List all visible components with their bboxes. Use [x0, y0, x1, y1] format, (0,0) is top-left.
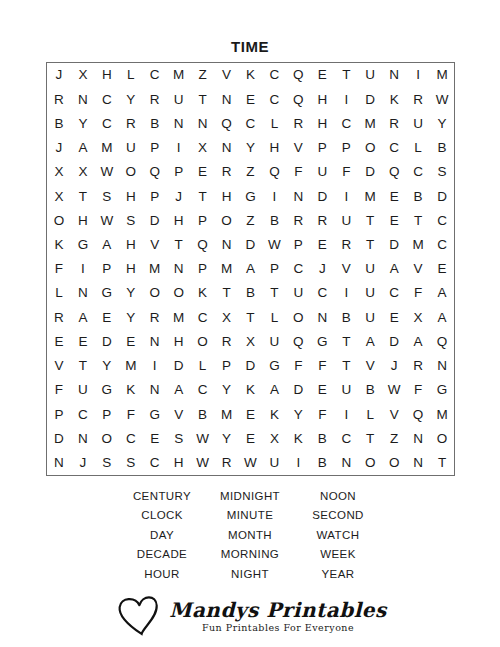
grid-cell-r10c15: C [382, 281, 406, 305]
brand-block: Mandys Printables Fun Printables For Eve… [169, 599, 386, 633]
grid-cell-r5c15: Q [382, 160, 406, 184]
grid-cell-r3c12: H [310, 111, 334, 135]
grid-cell-r4c5: P [143, 136, 167, 160]
grid-cell-r11c10: L [262, 305, 286, 329]
grid-cell-r15c6: V [167, 402, 191, 426]
grid-cell-r15c1: P [47, 402, 71, 426]
grid-cell-r4c8: N [215, 136, 239, 160]
grid-cell-r5c8: R [215, 160, 239, 184]
grid-cell-r15c12: F [310, 402, 334, 426]
grid-cell-r16c2: N [71, 427, 95, 451]
grid-cell-r8c4: H [119, 233, 143, 257]
grid-cell-r8c13: R [334, 233, 358, 257]
grid-cell-r10c16: F [406, 281, 430, 305]
grid-cell-r7c16: T [406, 208, 430, 232]
grid-cell-r3c4: R [119, 111, 143, 135]
grid-cell-r17c8: R [215, 451, 239, 475]
grid-cell-r17c5: C [143, 451, 167, 475]
word-list-item: WATCH [294, 526, 382, 545]
grid-cell-r12c5: N [143, 330, 167, 354]
grid-cell-r13c3: Y [95, 354, 119, 378]
grid-cell-r15c13: I [334, 402, 358, 426]
grid-cell-r17c11: I [286, 451, 310, 475]
word-list-column-1: CENTURYCLOCKDAYDECADEHOUR [118, 487, 206, 584]
grid-cell-r4c9: Y [239, 136, 263, 160]
grid-cell-r9c6: N [167, 257, 191, 281]
grid-cell-r2c1: R [47, 87, 71, 111]
grid-cell-r4c1: J [47, 136, 71, 160]
grid-cell-r11c2: A [71, 305, 95, 329]
grid-cell-r14c2: U [71, 378, 95, 402]
grid-cell-r16c8: Y [215, 427, 239, 451]
grid-cell-r12c10: U [262, 330, 286, 354]
grid-cell-r11c5: R [143, 305, 167, 329]
grid-cell-r11c13: B [334, 305, 358, 329]
word-list-item: CENTURY [118, 487, 206, 506]
grid-cell-r10c6: O [167, 281, 191, 305]
grid-cell-r13c9: D [239, 354, 263, 378]
grid-cell-r13c11: F [286, 354, 310, 378]
grid-cell-r15c9: E [239, 402, 263, 426]
grid-cell-r7c17: C [430, 208, 454, 232]
grid-cell-r9c4: H [119, 257, 143, 281]
grid-cell-r6c13: I [334, 184, 358, 208]
grid-cell-r6c17: D [430, 184, 454, 208]
grid-cell-r5c1: X [47, 160, 71, 184]
grid-cell-r15c15: V [382, 402, 406, 426]
grid-cell-r16c4: C [119, 427, 143, 451]
grid-cell-r6c12: D [310, 184, 334, 208]
grid-cell-r17c13: N [334, 451, 358, 475]
grid-cell-r14c1: F [47, 378, 71, 402]
grid-cell-r14c15: W [382, 378, 406, 402]
grid-cell-r6c4: H [119, 184, 143, 208]
grid-cell-r2c2: N [71, 87, 95, 111]
grid-cell-r2c16: R [406, 87, 430, 111]
grid-cell-r6c16: B [406, 184, 430, 208]
grid-cell-r4c12: P [310, 136, 334, 160]
grid-cell-r12c9: X [239, 330, 263, 354]
word-list-item: SECOND [294, 506, 382, 525]
grid-cell-r1c9: K [239, 63, 263, 87]
grid-cell-r14c3: G [95, 378, 119, 402]
grid-cell-r12c8: R [215, 330, 239, 354]
grid-cell-r1c3: H [95, 63, 119, 87]
grid-cell-r16c3: O [95, 427, 119, 451]
grid-cell-r8c8: N [215, 233, 239, 257]
grid-cell-r6c11: N [286, 184, 310, 208]
grid-cell-r11c12: N [310, 305, 334, 329]
grid-cell-r7c12: R [310, 208, 334, 232]
grid-cell-r14c8: Y [215, 378, 239, 402]
grid-cell-r10c4: Y [119, 281, 143, 305]
grid-cell-r2c17: W [430, 87, 454, 111]
word-list-column-2: MIDNIGHTMINUTEMONTHMORNINGNIGHT [206, 487, 294, 584]
word-list-item: YEAR [294, 565, 382, 584]
grid-cell-r17c10: U [262, 451, 286, 475]
puzzle-title: TIME [0, 38, 500, 55]
grid-cell-r12c13: T [334, 330, 358, 354]
grid-cell-r11c1: R [47, 305, 71, 329]
grid-cell-r16c9: E [239, 427, 263, 451]
grid-cell-r3c14: M [358, 111, 382, 135]
grid-cell-r5c7: E [191, 160, 215, 184]
grid-cell-r1c8: V [215, 63, 239, 87]
grid-cell-r10c17: A [430, 281, 454, 305]
grid-cell-r11c6: M [167, 305, 191, 329]
grid-cell-r14c11: D [286, 378, 310, 402]
grid-cell-r7c10: B [262, 208, 286, 232]
brand-tagline: Fun Printables For Everyone [202, 622, 354, 633]
grid-cell-r14c12: E [310, 378, 334, 402]
grid-cell-r17c2: J [71, 451, 95, 475]
grid-cell-r2c9: E [239, 87, 263, 111]
grid-cell-r9c13: V [334, 257, 358, 281]
grid-cell-r15c5: G [143, 402, 167, 426]
grid-cell-r16c14: T [358, 427, 382, 451]
grid-cell-r2c10: C [262, 87, 286, 111]
word-list-item: MONTH [206, 526, 294, 545]
grid-cell-r9c12: J [310, 257, 334, 281]
grid-cell-r1c1: J [47, 63, 71, 87]
grid-cell-r16c11: K [286, 427, 310, 451]
grid-cell-r6c10: I [262, 184, 286, 208]
grid-cell-r5c6: P [167, 160, 191, 184]
grid-cell-r5c10: Q [262, 160, 286, 184]
grid-cell-r12c17: Q [430, 330, 454, 354]
grid-cell-r14c5: N [143, 378, 167, 402]
grid-cell-r16c16: N [406, 427, 430, 451]
grid-cell-r10c8: T [215, 281, 239, 305]
grid-cell-r6c8: H [215, 184, 239, 208]
grid-cell-r3c10: L [262, 111, 286, 135]
grid-cell-r1c5: C [143, 63, 167, 87]
grid-cell-r17c12: B [310, 451, 334, 475]
grid-cell-r8c12: E [310, 233, 334, 257]
grid-cell-r15c4: F [119, 402, 143, 426]
grid-cell-r7c8: O [215, 208, 239, 232]
grid-cell-r15c11: Y [286, 402, 310, 426]
grid-cell-r4c7: X [191, 136, 215, 160]
grid-cell-r9c8: M [215, 257, 239, 281]
grid-cell-r10c7: K [191, 281, 215, 305]
grid-cell-r9c14: U [358, 257, 382, 281]
grid-cell-r13c10: G [262, 354, 286, 378]
grid-cell-r9c11: C [286, 257, 310, 281]
grid-cell-r8c17: C [430, 233, 454, 257]
grid-cell-r16c5: E [143, 427, 167, 451]
grid-cell-r10c1: L [47, 281, 71, 305]
grid-cell-r14c17: G [430, 378, 454, 402]
word-list-item: DAY [118, 526, 206, 545]
grid-cell-r4c3: M [95, 136, 119, 160]
grid-cell-r2c12: H [310, 87, 334, 111]
grid-cell-r11c17: A [430, 305, 454, 329]
grid-cell-r3c5: B [143, 111, 167, 135]
grid-cell-r2c11: Q [286, 87, 310, 111]
grid-cell-r9c5: M [143, 257, 167, 281]
grid-cell-r12c16: A [406, 330, 430, 354]
grid-cell-r14c9: K [239, 378, 263, 402]
grid-cell-r1c4: L [119, 63, 143, 87]
grid-cell-r1c7: Z [191, 63, 215, 87]
grid-cell-r16c6: S [167, 427, 191, 451]
word-list: CENTURYCLOCKDAYDECADEHOURMIDNIGHTMINUTEM… [0, 487, 500, 584]
grid-cell-r5c11: F [286, 160, 310, 184]
grid-cell-r13c13: T [334, 354, 358, 378]
grid-cell-r4c11: V [286, 136, 310, 160]
grid-cell-r10c11: U [286, 281, 310, 305]
grid-cell-r17c14: O [358, 451, 382, 475]
grid-cell-r10c5: O [143, 281, 167, 305]
grid-cell-r4c17: B [430, 136, 454, 160]
grid-cell-r11c3: E [95, 305, 119, 329]
grid-cell-r9c2: I [71, 257, 95, 281]
grid-cell-r15c8: M [215, 402, 239, 426]
grid-cell-r16c15: Z [382, 427, 406, 451]
grid-cell-r2c7: T [191, 87, 215, 111]
grid-cell-r5c14: D [358, 160, 382, 184]
grid-cell-r13c5: I [143, 354, 167, 378]
grid-cell-r4c6: I [167, 136, 191, 160]
grid-cell-r13c14: V [358, 354, 382, 378]
grid-cell-r14c13: U [334, 378, 358, 402]
word-list-item: NOON [294, 487, 382, 506]
grid-cell-r10c3: G [95, 281, 119, 305]
word-list-item: CLOCK [118, 506, 206, 525]
grid-cell-r12c4: E [119, 330, 143, 354]
grid-cell-r13c8: P [215, 354, 239, 378]
grid-cell-r11c9: T [239, 305, 263, 329]
grid-cell-r7c5: D [143, 208, 167, 232]
grid-cell-r9c15: A [382, 257, 406, 281]
grid-cell-r8c3: A [95, 233, 119, 257]
grid-cell-r14c6: A [167, 378, 191, 402]
grid-cell-r8c2: G [71, 233, 95, 257]
grid-cell-r11c16: X [406, 305, 430, 329]
grid-cell-r8c1: K [47, 233, 71, 257]
footer-logo: Mandys Printables Fun Printables For Eve… [0, 592, 500, 640]
grid-cell-r17c3: S [95, 451, 119, 475]
grid-cell-r7c1: O [47, 208, 71, 232]
grid-cell-r17c16: N [406, 451, 430, 475]
grid-cell-r9c7: P [191, 257, 215, 281]
grid-cell-r3c13: C [334, 111, 358, 135]
grid-cell-r10c13: I [334, 281, 358, 305]
grid-cell-r12c11: Q [286, 330, 310, 354]
grid-cell-r14c10: A [262, 378, 286, 402]
grid-cell-r3c8: Q [215, 111, 239, 135]
grid-cell-r9c1: F [47, 257, 71, 281]
grid-cell-r13c16: R [406, 354, 430, 378]
grid-cell-r11c14: U [358, 305, 382, 329]
grid-cell-r2c8: N [215, 87, 239, 111]
grid-cell-r12c3: D [95, 330, 119, 354]
grid-cell-r3c7: N [191, 111, 215, 135]
grid-cell-r12c6: H [167, 330, 191, 354]
word-search-page: TIME JXHLCMZVKCQETUNIMRNCYRUTNECQHIDKRWB… [0, 0, 500, 647]
grid-cell-r8c16: M [406, 233, 430, 257]
grid-cell-r7c9: Z [239, 208, 263, 232]
grid-cell-r9c17: E [430, 257, 454, 281]
grid-cell-r7c4: S [119, 208, 143, 232]
grid-cell-r16c1: D [47, 427, 71, 451]
grid-cell-r3c9: C [239, 111, 263, 135]
grid-cell-r17c4: S [119, 451, 143, 475]
word-list-item: MORNING [206, 545, 294, 564]
grid-cell-r10c2: N [71, 281, 95, 305]
grid-cell-r3c1: B [47, 111, 71, 135]
grid-cell-r4c10: H [262, 136, 286, 160]
grid-cell-r1c17: M [430, 63, 454, 87]
grid-cell-r13c2: T [71, 354, 95, 378]
grid-cell-r15c3: P [95, 402, 119, 426]
grid-cell-r11c8: X [215, 305, 239, 329]
grid-cell-r6c5: P [143, 184, 167, 208]
grid-cell-r14c7: C [191, 378, 215, 402]
word-list-item: NIGHT [206, 565, 294, 584]
grid-cell-r14c16: F [406, 378, 430, 402]
grid-cell-r15c14: L [358, 402, 382, 426]
word-list-column-3: NOONSECONDWATCHWEEKYEAR [294, 487, 382, 584]
grid-cell-r7c6: H [167, 208, 191, 232]
grid-cell-r8c9: D [239, 233, 263, 257]
grid-cell-r3c11: R [286, 111, 310, 135]
grid-cell-r7c14: T [358, 208, 382, 232]
grid-cell-r17c6: H [167, 451, 191, 475]
grid-cell-r4c15: C [382, 136, 406, 160]
grid-cell-r5c2: X [71, 160, 95, 184]
grid-cell-r10c14: U [358, 281, 382, 305]
grid-cell-r15c10: K [262, 402, 286, 426]
grid-cell-r13c4: M [119, 354, 143, 378]
grid-cell-r1c14: U [358, 63, 382, 87]
grid-cell-r5c5: Q [143, 160, 167, 184]
grid-cell-r8c7: Q [191, 233, 215, 257]
grid-cell-r3c6: N [167, 111, 191, 135]
grid-cell-r17c9: W [239, 451, 263, 475]
grid-cell-r11c11: O [286, 305, 310, 329]
grid-cell-r3c15: R [382, 111, 406, 135]
grid-cell-r7c13: U [334, 208, 358, 232]
grid-cell-r8c10: W [262, 233, 286, 257]
grid-cell-r6c3: S [95, 184, 119, 208]
grid-cell-r2c3: C [95, 87, 119, 111]
grid-cell-r1c15: N [382, 63, 406, 87]
grid-cell-r7c7: P [191, 208, 215, 232]
grid-cell-r9c3: P [95, 257, 119, 281]
word-search-grid: JXHLCMZVKCQETUNIMRNCYRUTNECQHIDKRWBYCRBN… [46, 62, 455, 476]
grid-cell-r15c17: M [430, 402, 454, 426]
grid-cell-r16c10: X [262, 427, 286, 451]
grid-cell-r12c7: O [191, 330, 215, 354]
grid-cell-r5c9: Z [239, 160, 263, 184]
grid-cell-r12c1: E [47, 330, 71, 354]
grid-cell-r3c2: Y [71, 111, 95, 135]
grid-cell-r6c7: T [191, 184, 215, 208]
grid-cell-r5c12: U [310, 160, 334, 184]
grid-cell-r7c3: W [95, 208, 119, 232]
grid-cell-r6c6: J [167, 184, 191, 208]
grid-cell-r2c13: I [334, 87, 358, 111]
grid-cell-r14c14: B [358, 378, 382, 402]
grid-cell-r1c13: T [334, 63, 358, 87]
grid-cell-r6c9: G [239, 184, 263, 208]
grid-cell-r10c10: T [262, 281, 286, 305]
grid-cell-r6c1: X [47, 184, 71, 208]
grid-cell-r5c17: S [430, 160, 454, 184]
grid-cell-r5c13: F [334, 160, 358, 184]
grid-cell-r2c6: U [167, 87, 191, 111]
word-list-item: HOUR [118, 565, 206, 584]
grid-cell-r1c2: X [71, 63, 95, 87]
grid-cell-r11c15: E [382, 305, 406, 329]
grid-cell-r5c3: W [95, 160, 119, 184]
grid-cell-r11c4: Y [119, 305, 143, 329]
grid-cell-r13c17: N [430, 354, 454, 378]
grid-cell-r2c5: R [143, 87, 167, 111]
grid-cell-r12c2: E [71, 330, 95, 354]
word-list-item: DECADE [118, 545, 206, 564]
grid-cell-r4c13: P [334, 136, 358, 160]
grid-cell-r9c10: P [262, 257, 286, 281]
grid-cell-r6c14: M [358, 184, 382, 208]
grid-cell-r17c17: T [430, 451, 454, 475]
grid-cell-r4c4: U [119, 136, 143, 160]
grid-cell-r10c9: B [239, 281, 263, 305]
grid-cell-r4c2: A [71, 136, 95, 160]
grid-cell-r13c12: F [310, 354, 334, 378]
grid-cell-r8c5: V [143, 233, 167, 257]
grid-cell-r16c7: W [191, 427, 215, 451]
grid-cell-r4c14: O [358, 136, 382, 160]
grid-cell-r8c15: D [382, 233, 406, 257]
grid-cell-r2c14: D [358, 87, 382, 111]
grid-cell-r7c11: R [286, 208, 310, 232]
grid-cell-r5c16: C [406, 160, 430, 184]
grid-cell-r12c14: A [358, 330, 382, 354]
heart-icon [110, 588, 170, 643]
grid-cell-r3c17: Y [430, 111, 454, 135]
grid-cell-r12c15: D [382, 330, 406, 354]
grid-cell-r14c4: K [119, 378, 143, 402]
grid-cell-r1c10: C [262, 63, 286, 87]
word-list-item: MINUTE [206, 506, 294, 525]
grid-cell-r2c4: Y [119, 87, 143, 111]
grid-cell-r6c15: E [382, 184, 406, 208]
grid-cell-r2c15: K [382, 87, 406, 111]
grid-cell-r7c2: H [71, 208, 95, 232]
grid-cell-r16c12: B [310, 427, 334, 451]
grid-cell-r11c7: C [191, 305, 215, 329]
grid-cell-r4c16: L [406, 136, 430, 160]
grid-cell-r12c12: G [310, 330, 334, 354]
word-list-item: WEEK [294, 545, 382, 564]
word-list-item: MIDNIGHT [206, 487, 294, 506]
grid-cell-r6c2: T [71, 184, 95, 208]
grid-cell-r15c2: C [71, 402, 95, 426]
grid-cell-r1c16: I [406, 63, 430, 87]
grid-cell-r9c9: A [239, 257, 263, 281]
grid-cell-r10c12: C [310, 281, 334, 305]
grid-cell-r16c13: C [334, 427, 358, 451]
grid-cell-r13c1: V [47, 354, 71, 378]
grid-cell-r3c16: U [406, 111, 430, 135]
grid-cell-r8c11: P [286, 233, 310, 257]
grid-cell-r3c3: C [95, 111, 119, 135]
grid-cell-r7c15: E [382, 208, 406, 232]
grid-cell-r16c17: O [430, 427, 454, 451]
